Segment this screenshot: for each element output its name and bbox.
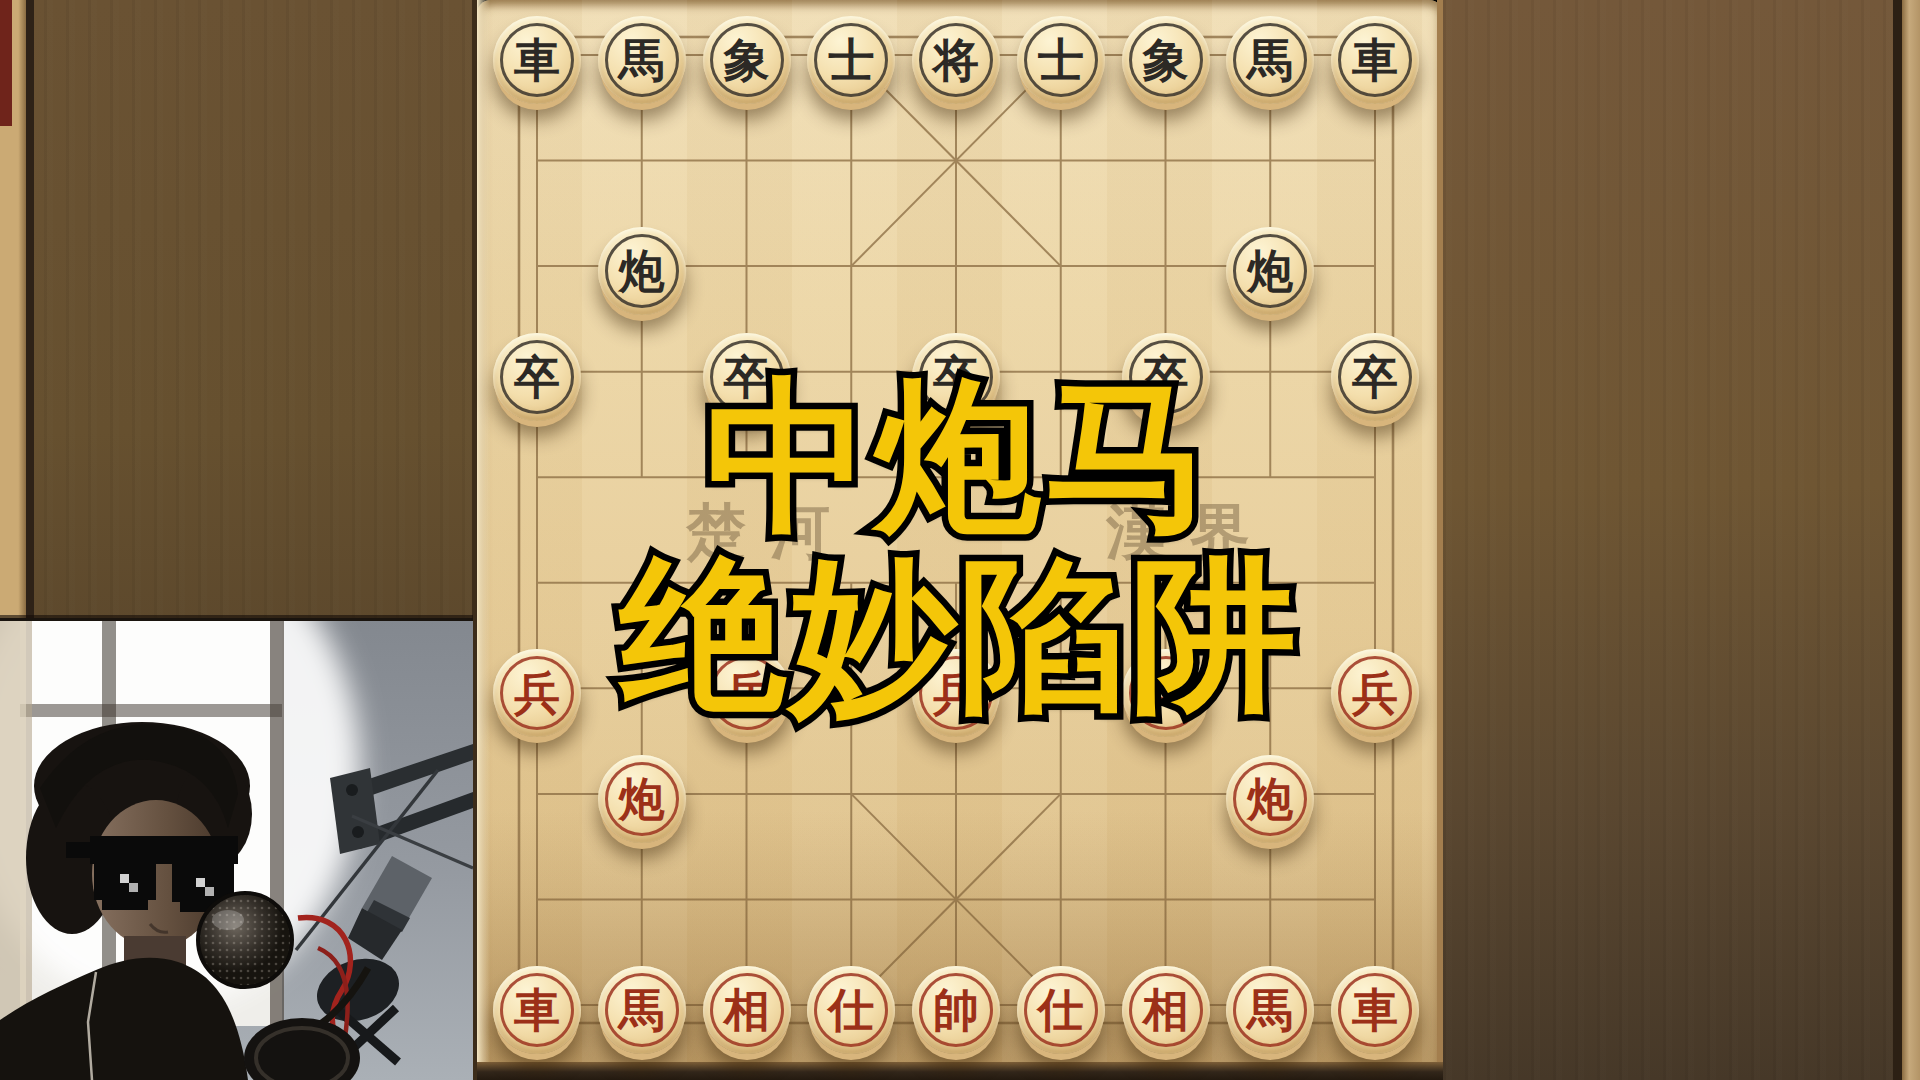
webcam-overlay bbox=[0, 618, 473, 1080]
right-pillar-strip bbox=[1902, 0, 1920, 1080]
title-line-1: 中炮马 bbox=[450, 368, 1470, 546]
board-shadow bbox=[477, 810, 1443, 1080]
top-left-red-sliver bbox=[0, 0, 12, 126]
wood-background-right bbox=[1443, 0, 1920, 1080]
video-title-overlay: 中炮马 绝妙陷阱 bbox=[450, 368, 1470, 724]
streamer-silhouette bbox=[0, 722, 252, 1080]
board-bottom-edge bbox=[477, 1062, 1443, 1080]
webcam-scene bbox=[0, 618, 473, 1080]
title-line-2: 绝妙陷阱 bbox=[450, 546, 1470, 724]
video-frame: { "game": "xiangqi", "position": { "fen"… bbox=[0, 0, 1920, 1080]
right-pillar-seam bbox=[1893, 0, 1902, 1080]
